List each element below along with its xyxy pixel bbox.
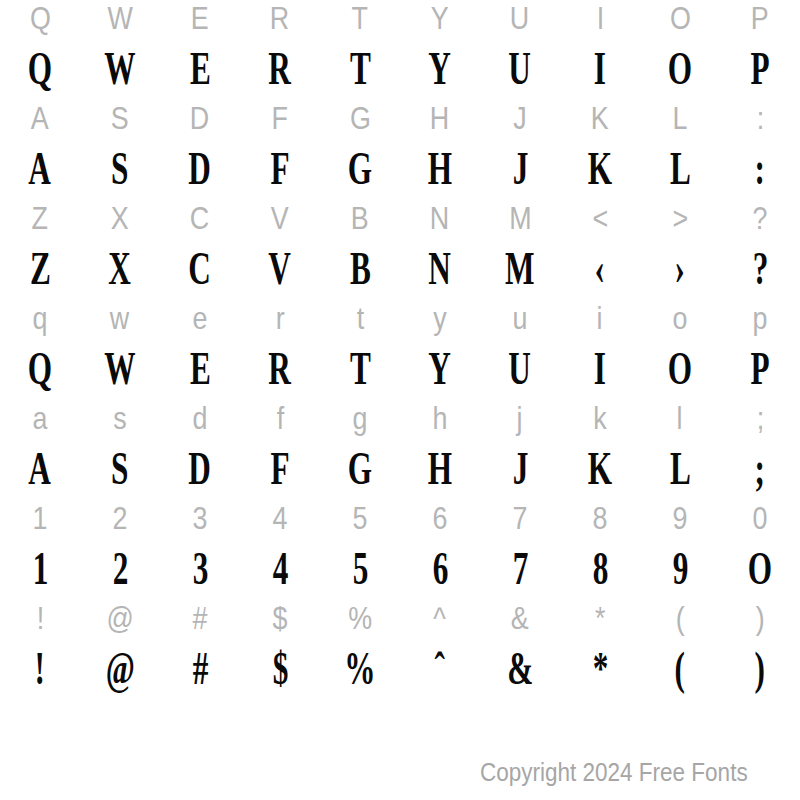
reference-glyph: 1 (33, 500, 48, 537)
glyph-cell-r9-c7: j (480, 393, 560, 443)
glyph-cell-r13-c1: ! (0, 593, 80, 643)
reference-glyph: C (190, 200, 209, 237)
preview-glyph: W (104, 42, 135, 95)
glyph-cell-r7-c8: i (560, 293, 640, 343)
preview-glyph: A (29, 442, 52, 495)
glyph-cell-r4-c7: J (480, 143, 560, 193)
glyph-cell-r6-c4: V (240, 243, 320, 293)
preview-glyph: % (344, 642, 375, 695)
reference-glyph: V (271, 200, 289, 237)
glyph-cell-r14-c7: & (480, 643, 560, 693)
glyph-cell-r12-c10: O (720, 543, 800, 593)
reference-glyph: @ (106, 600, 133, 637)
glyph-cell-r6-c1: Z (0, 243, 80, 293)
preview-glyph: ) (755, 642, 765, 695)
preview-glyph: U (509, 42, 532, 95)
glyph-cell-r12-c5: 5 (320, 543, 400, 593)
glyph-cell-r11-c3: 3 (160, 493, 240, 543)
preview-glyph: 9 (672, 542, 688, 595)
preview-glyph: R (269, 42, 292, 95)
reference-glyph: > (672, 200, 688, 237)
glyph-cell-r8-c3: E (160, 343, 240, 393)
glyph-cell-r3-c8: K (560, 93, 640, 143)
preview-glyph: D (189, 142, 212, 195)
reference-glyph: W (107, 0, 132, 37)
glyph-cell-r3-c6: H (400, 93, 480, 143)
reference-glyph: L (673, 100, 688, 137)
preview-glyph: Q (28, 42, 52, 95)
glyph-cell-r4-c1: A (0, 143, 80, 193)
preview-glyph: B (350, 242, 371, 295)
preview-glyph: S (111, 442, 128, 495)
glyph-cell-r13-c10: ) (720, 593, 800, 643)
preview-glyph: R (269, 342, 292, 395)
glyph-cell-r1-c6: Y (400, 0, 480, 43)
glyph-cell-r7-c2: w (80, 293, 160, 343)
preview-glyph: O (668, 342, 692, 395)
reference-glyph: O (670, 0, 691, 37)
reference-glyph: 8 (593, 500, 608, 537)
glyph-cell-r2-c1: Q (0, 43, 80, 93)
glyph-cell-r8-c9: O (640, 343, 720, 393)
preview-glyph: 7 (512, 542, 528, 595)
character-map-grid: QWERTYUIOPQWERTYUIOPASDFGHJKL:ASDFGHJKL:… (0, 0, 800, 693)
glyph-cell-r6-c7: M (480, 243, 560, 293)
reference-glyph: k (593, 400, 606, 437)
glyph-cell-r8-c4: R (240, 343, 320, 393)
glyph-cell-r11-c8: 8 (560, 493, 640, 543)
reference-glyph: 3 (193, 500, 208, 537)
glyph-cell-r5-c3: C (160, 193, 240, 243)
preview-glyph: $ (272, 642, 288, 695)
glyph-cell-r9-c5: g (320, 393, 400, 443)
reference-glyph: & (511, 600, 529, 637)
preview-glyph: E (190, 342, 211, 395)
reference-glyph: D (190, 100, 209, 137)
copyright-text: Copyright 2024 Free Fonts (480, 758, 748, 787)
glyph-cell-r1-c4: R (240, 0, 320, 43)
reference-glyph: ) (756, 600, 765, 637)
glyph-cell-r14-c1: ! (0, 643, 80, 693)
reference-glyph: l (677, 400, 683, 437)
glyph-cell-r9-c1: a (0, 393, 80, 443)
glyph-cell-r2-c3: E (160, 43, 240, 93)
glyph-cell-r4-c10: : (720, 143, 800, 193)
glyph-cell-r10-c10: ; (720, 443, 800, 493)
glyph-cell-r3-c2: S (80, 93, 160, 143)
glyph-cell-r8-c5: T (320, 343, 400, 393)
preview-glyph: L (670, 142, 691, 195)
glyph-cell-r11-c5: 5 (320, 493, 400, 543)
glyph-cell-r9-c10: ; (720, 393, 800, 443)
glyph-cell-r2-c9: O (640, 43, 720, 93)
reference-glyph: d (193, 400, 208, 437)
preview-glyph: › (675, 242, 685, 295)
glyph-cell-r1-c8: I (560, 0, 640, 43)
glyph-cell-r5-c1: Z (0, 193, 80, 243)
glyph-cell-r3-c9: L (640, 93, 720, 143)
glyph-cell-r2-c7: U (480, 43, 560, 93)
glyph-cell-r5-c6: N (400, 193, 480, 243)
preview-glyph: ! (35, 642, 45, 695)
glyph-cell-r1-c7: U (480, 0, 560, 43)
reference-glyph: % (348, 600, 372, 637)
glyph-cell-r14-c2: @ (80, 643, 160, 693)
glyph-cell-r10-c4: F (240, 443, 320, 493)
reference-glyph: 6 (433, 500, 448, 537)
reference-glyph: U (510, 0, 529, 37)
reference-glyph: S (111, 100, 129, 137)
preview-glyph: 1 (32, 542, 48, 595)
preview-glyph: V (269, 242, 292, 295)
glyph-cell-r4-c3: D (160, 143, 240, 193)
reference-glyph: 4 (273, 500, 288, 537)
preview-glyph: ˆ (435, 642, 445, 695)
preview-glyph: # (192, 642, 208, 695)
glyph-cell-r3-c4: F (240, 93, 320, 143)
preview-glyph: T (350, 342, 371, 395)
glyph-cell-r14-c4: $ (240, 643, 320, 693)
glyph-cell-r12-c6: 6 (400, 543, 480, 593)
preview-glyph: 6 (432, 542, 448, 595)
glyph-cell-r2-c10: P (720, 43, 800, 93)
reference-glyph: B (351, 200, 369, 237)
preview-glyph: 3 (192, 542, 208, 595)
preview-glyph: M (505, 242, 535, 295)
reference-glyph: q (33, 300, 48, 337)
preview-glyph: S (111, 142, 128, 195)
glyph-cell-r14-c10: ) (720, 643, 800, 693)
glyph-cell-r13-c3: # (160, 593, 240, 643)
preview-glyph: G (348, 142, 372, 195)
glyph-cell-r13-c5: % (320, 593, 400, 643)
preview-glyph: U (509, 342, 532, 395)
preview-glyph: 8 (592, 542, 608, 595)
glyph-cell-r6-c5: B (320, 243, 400, 293)
preview-glyph: : (755, 142, 765, 195)
reference-glyph: N (430, 200, 449, 237)
preview-glyph: D (189, 442, 212, 495)
preview-glyph: J (512, 142, 528, 195)
preview-glyph: C (189, 242, 212, 295)
glyph-cell-r5-c10: ? (720, 193, 800, 243)
glyph-cell-r2-c8: I (560, 43, 640, 93)
glyph-cell-r8-c10: P (720, 343, 800, 393)
glyph-cell-r4-c4: F (240, 143, 320, 193)
glyph-cell-r2-c4: R (240, 43, 320, 93)
reference-glyph: i (597, 300, 603, 337)
glyph-cell-r5-c9: > (640, 193, 720, 243)
preview-glyph: ? (752, 242, 768, 295)
glyph-cell-r12-c1: 1 (0, 543, 80, 593)
glyph-cell-r3-c7: J (480, 93, 560, 143)
reference-glyph: K (591, 100, 609, 137)
glyph-cell-r1-c9: O (640, 0, 720, 43)
glyph-cell-r7-c10: p (720, 293, 800, 343)
glyph-cell-r1-c1: Q (0, 0, 80, 43)
glyph-cell-r4-c6: H (400, 143, 480, 193)
glyph-cell-r10-c3: D (160, 443, 240, 493)
preview-glyph: H (428, 142, 452, 195)
preview-glyph: Q (28, 342, 52, 395)
reference-glyph: G (350, 100, 371, 137)
reference-glyph: R (270, 0, 289, 37)
glyph-cell-r7-c3: e (160, 293, 240, 343)
glyph-cell-r5-c7: M (480, 193, 560, 243)
glyph-cell-r12-c7: 7 (480, 543, 560, 593)
reference-glyph: T (352, 0, 368, 37)
preview-glyph: N (429, 242, 452, 295)
preview-glyph: Z (30, 242, 51, 295)
glyph-cell-r10-c8: K (560, 443, 640, 493)
glyph-cell-r10-c1: A (0, 443, 80, 493)
glyph-cell-r7-c9: o (640, 293, 720, 343)
reference-glyph: y (433, 300, 446, 337)
glyph-cell-r14-c9: ( (640, 643, 720, 693)
glyph-cell-r13-c6: ^ (400, 593, 480, 643)
reference-glyph: 2 (113, 500, 128, 537)
glyph-cell-r4-c8: K (560, 143, 640, 193)
glyph-cell-r11-c7: 7 (480, 493, 560, 543)
glyph-cell-r7-c1: q (0, 293, 80, 343)
preview-glyph: L (670, 442, 691, 495)
glyph-cell-r13-c4: $ (240, 593, 320, 643)
glyph-cell-r2-c2: W (80, 43, 160, 93)
reference-glyph: E (191, 0, 209, 37)
glyph-cell-r10-c6: H (400, 443, 480, 493)
preview-glyph: O (668, 42, 692, 95)
reference-glyph: ! (36, 600, 43, 637)
preview-glyph: ( (675, 642, 685, 695)
reference-glyph: F (272, 100, 288, 137)
reference-glyph: $ (273, 600, 288, 637)
glyph-cell-r2-c5: T (320, 43, 400, 93)
preview-glyph: K (588, 442, 612, 495)
glyph-cell-r6-c3: C (160, 243, 240, 293)
preview-glyph: 5 (352, 542, 368, 595)
preview-glyph: P (750, 342, 769, 395)
reference-glyph: ; (756, 400, 763, 437)
glyph-cell-r10-c7: J (480, 443, 560, 493)
glyph-cell-r14-c8: * (560, 643, 640, 693)
reference-glyph: Y (431, 0, 449, 37)
glyph-cell-r1-c5: T (320, 0, 400, 43)
glyph-cell-r13-c8: * (560, 593, 640, 643)
glyph-cell-r3-c5: G (320, 93, 400, 143)
reference-glyph: A (31, 100, 49, 137)
glyph-cell-r6-c10: ? (720, 243, 800, 293)
glyph-cell-r9-c6: h (400, 393, 480, 443)
glyph-cell-r7-c5: t (320, 293, 400, 343)
glyph-cell-r5-c8: < (560, 193, 640, 243)
glyph-cell-r4-c9: L (640, 143, 720, 193)
preview-glyph: 2 (112, 542, 128, 595)
glyph-cell-r9-c4: f (240, 393, 320, 443)
glyph-cell-r12-c8: 8 (560, 543, 640, 593)
preview-glyph: & (507, 642, 533, 695)
glyph-cell-r1-c10: P (720, 0, 800, 43)
glyph-cell-r10-c9: L (640, 443, 720, 493)
reference-glyph: X (111, 200, 129, 237)
glyph-cell-r8-c7: U (480, 343, 560, 393)
preview-glyph: T (350, 42, 371, 95)
glyph-cell-r10-c5: G (320, 443, 400, 493)
glyph-cell-r13-c9: ( (640, 593, 720, 643)
glyph-cell-r9-c8: k (560, 393, 640, 443)
reference-glyph: a (33, 400, 48, 437)
preview-glyph: F (270, 142, 289, 195)
reference-glyph: M (509, 200, 531, 237)
preview-glyph: H (428, 442, 452, 495)
reference-glyph: 9 (673, 500, 688, 537)
glyph-cell-r11-c9: 9 (640, 493, 720, 543)
glyph-cell-r9-c2: s (80, 393, 160, 443)
glyph-cell-r2-c6: Y (400, 43, 480, 93)
reference-glyph: p (753, 300, 768, 337)
reference-glyph: # (193, 600, 208, 637)
reference-glyph: J (513, 100, 526, 137)
glyph-cell-r3-c1: A (0, 93, 80, 143)
reference-glyph: : (756, 100, 763, 137)
glyph-cell-r4-c5: G (320, 143, 400, 193)
preview-glyph: W (104, 342, 135, 395)
glyph-cell-r5-c4: V (240, 193, 320, 243)
preview-glyph: K (588, 142, 612, 195)
glyph-cell-r8-c8: I (560, 343, 640, 393)
preview-glyph: Y (429, 42, 452, 95)
preview-glyph: F (270, 442, 289, 495)
glyph-cell-r12-c4: 4 (240, 543, 320, 593)
reference-glyph: t (356, 300, 363, 337)
reference-glyph: P (751, 0, 769, 37)
reference-glyph: o (673, 300, 688, 337)
glyph-cell-r11-c2: 2 (80, 493, 160, 543)
glyph-cell-r10-c2: S (80, 443, 160, 493)
preview-glyph: ‹ (595, 242, 605, 295)
glyph-cell-r3-c3: D (160, 93, 240, 143)
glyph-cell-r7-c4: r (240, 293, 320, 343)
reference-glyph: g (353, 400, 368, 437)
reference-glyph: ( (676, 600, 685, 637)
glyph-cell-r8-c1: Q (0, 343, 80, 393)
reference-glyph: 7 (513, 500, 528, 537)
glyph-cell-r11-c6: 6 (400, 493, 480, 543)
reference-glyph: H (430, 100, 449, 137)
reference-glyph: r (276, 300, 285, 337)
glyph-cell-r12-c9: 9 (640, 543, 720, 593)
glyph-cell-r6-c8: ‹ (560, 243, 640, 293)
glyph-cell-r7-c7: u (480, 293, 560, 343)
reference-glyph: h (433, 400, 448, 437)
glyph-cell-r14-c3: # (160, 643, 240, 693)
glyph-cell-r13-c7: & (480, 593, 560, 643)
glyph-cell-r8-c6: Y (400, 343, 480, 393)
glyph-cell-r5-c2: X (80, 193, 160, 243)
glyph-cell-r4-c2: S (80, 143, 160, 193)
glyph-cell-r14-c6: ˆ (400, 643, 480, 693)
preview-glyph: Y (429, 342, 452, 395)
reference-glyph: ^ (434, 600, 447, 637)
glyph-cell-r11-c4: 4 (240, 493, 320, 543)
reference-glyph: s (113, 400, 126, 437)
preview-glyph: O (748, 542, 772, 595)
glyph-cell-r6-c9: › (640, 243, 720, 293)
glyph-cell-r6-c2: X (80, 243, 160, 293)
reference-glyph: e (193, 300, 208, 337)
reference-glyph: Q (30, 0, 51, 37)
glyph-cell-r1-c2: W (80, 0, 160, 43)
glyph-cell-r11-c10: 0 (720, 493, 800, 543)
preview-glyph: X (109, 242, 132, 295)
glyph-cell-r6-c6: N (400, 243, 480, 293)
preview-glyph: * (592, 642, 608, 695)
reference-glyph: * (595, 600, 605, 637)
glyph-cell-r12-c3: 3 (160, 543, 240, 593)
preview-glyph: I (594, 342, 606, 395)
reference-glyph: f (276, 400, 283, 437)
preview-glyph: J (512, 442, 528, 495)
preview-glyph: @ (105, 642, 134, 695)
glyph-cell-r12-c2: 2 (80, 543, 160, 593)
glyph-cell-r9-c9: l (640, 393, 720, 443)
preview-glyph: E (190, 42, 211, 95)
preview-glyph: I (594, 42, 606, 95)
glyph-cell-r13-c2: @ (80, 593, 160, 643)
glyph-cell-r3-c10: : (720, 93, 800, 143)
glyph-cell-r14-c5: % (320, 643, 400, 693)
reference-glyph: 5 (353, 500, 368, 537)
glyph-cell-r5-c5: B (320, 193, 400, 243)
glyph-cell-r1-c3: E (160, 0, 240, 43)
reference-glyph: w (110, 300, 129, 337)
reference-glyph: u (513, 300, 528, 337)
preview-glyph: G (348, 442, 372, 495)
reference-glyph: j (517, 400, 523, 437)
reference-glyph: < (592, 200, 608, 237)
glyph-cell-r11-c1: 1 (0, 493, 80, 543)
reference-glyph: Z (32, 200, 48, 237)
reference-glyph: 0 (753, 500, 768, 537)
glyph-cell-r7-c6: y (400, 293, 480, 343)
glyph-cell-r9-c3: d (160, 393, 240, 443)
preview-glyph: A (29, 142, 52, 195)
glyph-cell-r8-c2: W (80, 343, 160, 393)
reference-glyph: I (596, 0, 603, 37)
reference-glyph: ? (753, 200, 768, 237)
preview-glyph: 4 (272, 542, 288, 595)
preview-glyph: ; (755, 442, 765, 495)
preview-glyph: P (750, 42, 769, 95)
